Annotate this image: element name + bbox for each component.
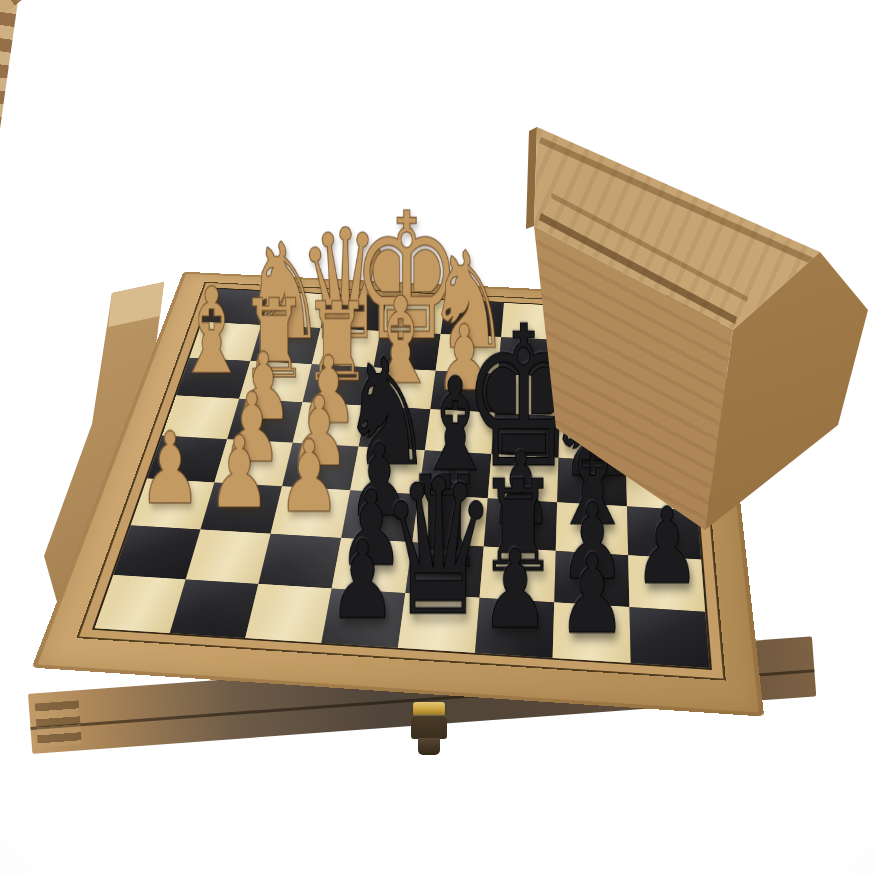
square-h1 bbox=[629, 607, 709, 668]
square-e1: ♛ bbox=[398, 593, 480, 653]
square-a1 bbox=[95, 575, 186, 633]
crate-finger-joints-corner bbox=[0, 0, 18, 209]
square-h2: ♟ bbox=[628, 555, 705, 612]
square-b1 bbox=[170, 579, 259, 638]
square-a3: ♟ bbox=[131, 479, 214, 529]
black-queen-e1: ♛ bbox=[379, 462, 497, 635]
square-b2 bbox=[186, 529, 271, 584]
black-pawn-g1: ♟ bbox=[557, 545, 626, 646]
board-box-corner-joints bbox=[35, 700, 82, 747]
photo-background: ♞♛♚♞♝♜♜♝♟♟♟♟♟♞♝♚♞♟♟♟♟♟♝♟♜♜♟♟♟♛♟♟ bbox=[0, 0, 876, 876]
white-pawn-a3: ♟ bbox=[138, 423, 200, 514]
square-b3: ♟ bbox=[201, 483, 283, 534]
square-g1: ♟ bbox=[553, 602, 631, 663]
black-pawn-f1: ♟ bbox=[480, 540, 548, 640]
square-f1: ♟ bbox=[475, 597, 554, 657]
white-pawn-b3: ♟ bbox=[208, 427, 271, 519]
square-c1 bbox=[245, 584, 331, 643]
white-pawn-c3: ♟ bbox=[277, 431, 340, 523]
crate-finger-joints-bottom bbox=[0, 0, 140, 13]
